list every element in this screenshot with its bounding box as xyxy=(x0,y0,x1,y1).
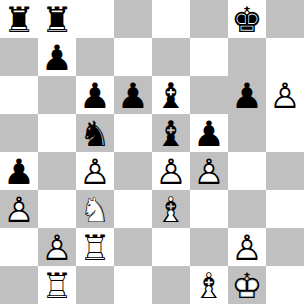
square-h2[interactable] xyxy=(266,228,304,266)
square-b4[interactable] xyxy=(38,152,76,190)
square-c2[interactable]: ♜♖ xyxy=(76,228,114,266)
black-rook: ♜ xyxy=(38,0,76,38)
square-e5[interactable]: ♝ xyxy=(152,114,190,152)
black-bishop: ♝ xyxy=(152,114,190,152)
square-e6[interactable]: ♝ xyxy=(152,76,190,114)
square-d8[interactable] xyxy=(114,0,152,38)
white-pawn: ♙ xyxy=(190,152,228,190)
white-knight-fill: ♞ xyxy=(76,190,114,228)
white-bishop: ♗ xyxy=(152,190,190,228)
white-knight: ♘ xyxy=(76,190,114,228)
white-pawn-fill: ♟ xyxy=(76,152,114,190)
square-h4[interactable] xyxy=(266,152,304,190)
square-f3[interactable] xyxy=(190,190,228,228)
white-pawn-fill: ♟ xyxy=(0,190,38,228)
square-h7[interactable] xyxy=(266,38,304,76)
square-h8[interactable] xyxy=(266,0,304,38)
white-pawn: ♙ xyxy=(38,228,76,266)
square-e7[interactable] xyxy=(152,38,190,76)
square-c4[interactable]: ♟♙ xyxy=(76,152,114,190)
square-a2[interactable] xyxy=(0,228,38,266)
square-c6[interactable]: ♟ xyxy=(76,76,114,114)
white-rook-fill: ♜ xyxy=(76,228,114,266)
square-c8[interactable] xyxy=(76,0,114,38)
square-f2[interactable] xyxy=(190,228,228,266)
white-pawn: ♙ xyxy=(228,228,266,266)
square-g8[interactable]: ♚ xyxy=(228,0,266,38)
square-f7[interactable] xyxy=(190,38,228,76)
square-b5[interactable] xyxy=(38,114,76,152)
square-a5[interactable] xyxy=(0,114,38,152)
square-g4[interactable] xyxy=(228,152,266,190)
square-d6[interactable]: ♟ xyxy=(114,76,152,114)
square-a8[interactable]: ♜ xyxy=(0,0,38,38)
white-pawn: ♙ xyxy=(152,152,190,190)
square-b7[interactable]: ♟ xyxy=(38,38,76,76)
black-pawn: ♟ xyxy=(190,114,228,152)
square-f6[interactable] xyxy=(190,76,228,114)
black-pawn: ♟ xyxy=(228,76,266,114)
white-pawn-fill: ♟ xyxy=(228,228,266,266)
black-pawn: ♟ xyxy=(76,76,114,114)
square-c7[interactable] xyxy=(76,38,114,76)
square-e2[interactable] xyxy=(152,228,190,266)
square-c3[interactable]: ♞♘ xyxy=(76,190,114,228)
white-pawn: ♙ xyxy=(0,190,38,228)
square-d3[interactable] xyxy=(114,190,152,228)
square-h5[interactable] xyxy=(266,114,304,152)
black-pawn: ♟ xyxy=(114,76,152,114)
white-rook: ♖ xyxy=(76,228,114,266)
square-d2[interactable] xyxy=(114,228,152,266)
white-bishop-fill: ♝ xyxy=(190,266,228,304)
square-c5[interactable]: ♞ xyxy=(76,114,114,152)
white-bishop-fill: ♝ xyxy=(152,190,190,228)
square-a7[interactable] xyxy=(0,38,38,76)
square-f1[interactable]: ♝♗ xyxy=(190,266,228,304)
square-d5[interactable] xyxy=(114,114,152,152)
square-f4[interactable]: ♟♙ xyxy=(190,152,228,190)
white-pawn: ♙ xyxy=(76,152,114,190)
square-g7[interactable] xyxy=(228,38,266,76)
square-h1[interactable] xyxy=(266,266,304,304)
square-b1[interactable]: ♜♖ xyxy=(38,266,76,304)
white-king: ♔ xyxy=(228,266,266,304)
black-king: ♚ xyxy=(228,0,266,38)
white-pawn-fill: ♟ xyxy=(266,76,304,114)
square-a6[interactable] xyxy=(0,76,38,114)
square-e1[interactable] xyxy=(152,266,190,304)
square-e3[interactable]: ♝♗ xyxy=(152,190,190,228)
square-a1[interactable] xyxy=(0,266,38,304)
black-rook: ♜ xyxy=(0,0,38,38)
black-pawn: ♟ xyxy=(38,38,76,76)
square-e4[interactable]: ♟♙ xyxy=(152,152,190,190)
white-pawn-fill: ♟ xyxy=(152,152,190,190)
square-b8[interactable]: ♜ xyxy=(38,0,76,38)
square-a4[interactable]: ♟ xyxy=(0,152,38,190)
chess-board: ♜♜♚♟♟♟♝♟♟♙♞♝♟♟♟♙♟♙♟♙♟♙♞♘♝♗♟♙♜♖♟♙♜♖♝♗♚♔ xyxy=(0,0,304,304)
black-knight: ♞ xyxy=(76,114,114,152)
square-c1[interactable] xyxy=(76,266,114,304)
square-g3[interactable] xyxy=(228,190,266,228)
square-e8[interactable] xyxy=(152,0,190,38)
white-pawn: ♙ xyxy=(266,76,304,114)
square-d7[interactable] xyxy=(114,38,152,76)
black-pawn: ♟ xyxy=(0,152,38,190)
square-d4[interactable] xyxy=(114,152,152,190)
square-b2[interactable]: ♟♙ xyxy=(38,228,76,266)
square-f5[interactable]: ♟ xyxy=(190,114,228,152)
square-a3[interactable]: ♟♙ xyxy=(0,190,38,228)
square-g2[interactable]: ♟♙ xyxy=(228,228,266,266)
white-bishop: ♗ xyxy=(190,266,228,304)
white-rook: ♖ xyxy=(38,266,76,304)
square-f8[interactable] xyxy=(190,0,228,38)
white-king-fill: ♚ xyxy=(228,266,266,304)
square-h3[interactable] xyxy=(266,190,304,228)
square-b3[interactable] xyxy=(38,190,76,228)
square-g5[interactable] xyxy=(228,114,266,152)
black-bishop: ♝ xyxy=(152,76,190,114)
square-g1[interactable]: ♚♔ xyxy=(228,266,266,304)
white-pawn-fill: ♟ xyxy=(38,228,76,266)
square-d1[interactable] xyxy=(114,266,152,304)
square-h6[interactable]: ♟♙ xyxy=(266,76,304,114)
white-pawn-fill: ♟ xyxy=(190,152,228,190)
square-g6[interactable]: ♟ xyxy=(228,76,266,114)
white-rook-fill: ♜ xyxy=(38,266,76,304)
square-b6[interactable] xyxy=(38,76,76,114)
